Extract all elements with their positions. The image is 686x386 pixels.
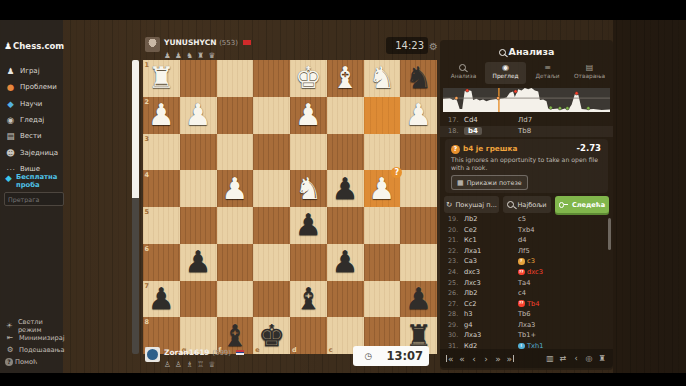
- retry-button[interactable]: ↻ Покушај п...: [444, 196, 499, 213]
- square-a5[interactable]: [400, 207, 437, 244]
- footer-item-label: Подешавања: [19, 346, 65, 354]
- evaluation-bar-white: [132, 60, 139, 198]
- white-move[interactable]: Сa3: [464, 257, 518, 265]
- black-knight-a1[interactable]: ♞: [400, 60, 437, 97]
- square-e1[interactable]: [253, 60, 290, 97]
- nav-fast-back-button[interactable]: «: [456, 349, 468, 368]
- book-icon: ▤: [569, 62, 610, 73]
- rank-label-5: 5: [145, 208, 150, 216]
- move-row-22: 22.Лxa1Лf5: [440, 246, 613, 257]
- watch-icon: ◉: [5, 115, 16, 125]
- white-move[interactable]: Кc1: [464, 236, 518, 244]
- square-f6[interactable]: [217, 244, 254, 281]
- footer-item-label: Помоћ: [15, 358, 37, 366]
- move-row-18: 18.b4Тb8: [440, 126, 613, 137]
- square-f2[interactable]: [217, 97, 254, 134]
- black-move[interactable]: Тa4: [518, 279, 530, 287]
- move-number: 20.: [440, 226, 464, 234]
- black-pawn-c4[interactable]: ♟: [327, 170, 364, 207]
- grid-icon: ▦: [457, 179, 464, 187]
- square-f4[interactable]: ♟: [217, 170, 254, 207]
- bottom-player-captured-pieces: ♙ ♙ ♗ ♖ ♕: [164, 360, 216, 369]
- flip-board-icon[interactable]: ⇄: [557, 349, 569, 368]
- content-area: ♟Chess.com ♟Играј●Проблеми◆Научи◉Гледај▤…: [0, 20, 686, 373]
- black-move[interactable]: c5: [518, 215, 526, 223]
- black-king-e8[interactable]: ♚: [253, 317, 290, 354]
- square-d6[interactable]: [290, 244, 327, 281]
- sidebar-item-label: Заједница: [20, 149, 58, 157]
- tab-label: Детаљи: [527, 73, 568, 79]
- square-b4[interactable]: ♟?: [364, 170, 401, 207]
- white-king-d1[interactable]: ♚: [290, 60, 327, 97]
- mistake-badge: ?: [518, 258, 525, 265]
- tab-label: Анализа: [443, 73, 484, 79]
- square-g7[interactable]: [180, 281, 217, 318]
- white-move[interactable]: Сc2: [464, 300, 518, 308]
- magnifier-icon: [507, 201, 514, 208]
- bottom-player-username: Zoran1619: [164, 348, 210, 357]
- search-input[interactable]: [4, 192, 64, 206]
- top-player-rating: (553): [219, 39, 238, 47]
- collapse-icon: ⇤: [5, 333, 15, 342]
- white-move[interactable]: Лb2: [464, 289, 518, 297]
- white-pawn-f4[interactable]: ♟: [217, 170, 254, 207]
- square-e5[interactable]: [253, 207, 290, 244]
- black-pawn-h7[interactable]: ♟: [143, 281, 180, 318]
- black-move[interactable]: Лf5: [518, 247, 530, 255]
- white-knight-b1[interactable]: ♞: [364, 60, 401, 97]
- square-h7[interactable]: 7♟: [143, 281, 180, 318]
- pawn-logo-icon: ♟: [4, 41, 12, 51]
- sidebar-item-learn[interactable]: ◆Научи: [5, 97, 42, 111]
- square-c6[interactable]: ♟: [327, 244, 364, 281]
- mistake-title: ?b4 је грешка: [451, 144, 517, 154]
- move-number: 30.: [440, 331, 464, 339]
- square-g1[interactable]: [180, 60, 217, 97]
- white-move[interactable]: Лxa1: [464, 247, 518, 255]
- square-e2[interactable]: [253, 97, 290, 134]
- file-label-c: c: [329, 346, 333, 354]
- learn-icon: ◆: [5, 99, 16, 109]
- sidebar-footer-sun[interactable]: ☀Светли режим: [5, 320, 63, 331]
- square-h4[interactable]: 4: [143, 170, 180, 207]
- square-g3[interactable]: [180, 134, 217, 171]
- mistake-callout: ?b4 је грешка -2.73 This ignores an oppo…: [445, 139, 608, 193]
- magnifier-icon: [443, 62, 484, 73]
- show-moves-button[interactable]: ▦ Прикажи потезе: [451, 175, 528, 190]
- rank-label-6: 6: [145, 245, 150, 253]
- white-move[interactable]: Лxc3: [464, 279, 518, 287]
- black-pawn-d5[interactable]: ♟: [290, 207, 327, 244]
- move-number: 22.: [440, 247, 464, 255]
- move-number: 26.: [440, 289, 464, 297]
- square-c1[interactable]: ♝: [327, 60, 364, 97]
- mistake-icon: ?: [451, 145, 460, 154]
- bottom-player-name[interactable]: Zoran1619 (599): [164, 348, 244, 357]
- white-move[interactable]: dxc3: [464, 268, 518, 276]
- move-row-30: 30.Лxa3Тb1+: [440, 330, 613, 341]
- top-player-username: YUNUSHYCN: [164, 38, 217, 47]
- mistake-description: This ignores an opportunity to take an o…: [451, 156, 601, 173]
- square-h2[interactable]: 2♟: [143, 97, 180, 134]
- community-icon: ☻: [5, 148, 16, 158]
- move-row-21: 21.Кc1d4: [440, 235, 613, 246]
- square-c3[interactable]: [327, 134, 364, 171]
- share-icon[interactable]: ‹: [570, 349, 582, 368]
- move-number: 27.: [440, 300, 464, 308]
- black-move[interactable]: ??Тb4: [518, 300, 540, 308]
- square-e3[interactable]: [253, 134, 290, 171]
- square-d8[interactable]: d: [290, 317, 327, 354]
- square-a2[interactable]: ♟: [400, 97, 437, 134]
- square-e7[interactable]: [253, 281, 290, 318]
- square-a6[interactable]: [400, 244, 437, 281]
- move-navigation-bar: ««‹›»»▥⇄‹◎♜: [440, 349, 613, 368]
- magnifier-icon: [499, 49, 506, 56]
- sidebar-item-puzzle[interactable]: ●Проблеми: [5, 80, 57, 94]
- move-number: 17.: [440, 116, 464, 124]
- sidebar: ♟Chess.com ♟Играј●Проблеми◆Научи◉Гледај▤…: [0, 20, 63, 373]
- white-pawn-d2[interactable]: ♟: [290, 97, 327, 134]
- move-row-19: 19.Лb2c5: [440, 214, 613, 225]
- square-h5[interactable]: 5: [143, 207, 180, 244]
- sidebar-item-community[interactable]: ☻Заједница: [5, 146, 58, 160]
- evaluation-graph[interactable]: [443, 88, 610, 112]
- square-a4[interactable]: [400, 170, 437, 207]
- square-g6[interactable]: ♟: [180, 244, 217, 281]
- square-f1[interactable]: [217, 60, 254, 97]
- white-move[interactable]: g4: [464, 321, 518, 329]
- target-icon: ◉: [485, 62, 526, 73]
- sidebar-footer-collapse[interactable]: ⇤Минимизирај: [5, 332, 65, 343]
- move-row-20: 20.Сe2Тxb4: [440, 225, 613, 236]
- square-c4[interactable]: ♟: [327, 170, 364, 207]
- sidebar-item-label: Проблеми: [20, 83, 57, 91]
- move-row-23: 23.Сa3?c3: [440, 256, 613, 267]
- move-list: 19.Лb2c520.Сe2Тxb421.Кc1d422.Лxa1Лf523.С…: [440, 214, 613, 351]
- black-move[interactable]: Лd7: [518, 116, 532, 124]
- white-move[interactable]: Лxa3: [464, 331, 518, 339]
- white-pawn-h2[interactable]: ♟: [143, 97, 180, 134]
- black-move[interactable]: Лxa3: [518, 321, 535, 329]
- move-row-17: 17.Сd4Лd7: [440, 114, 613, 125]
- sidebar-item-label: Научи: [20, 100, 42, 108]
- record-icon[interactable]: ◎: [583, 349, 595, 368]
- square-d4[interactable]: ♞: [290, 170, 327, 207]
- top-clock-time: 14:23: [395, 40, 424, 51]
- black-move[interactable]: d4: [518, 236, 527, 244]
- footer-item-label: Минимизирај: [19, 334, 65, 342]
- black-pawn-c6[interactable]: ♟: [327, 244, 364, 281]
- square-f3[interactable]: [217, 134, 254, 171]
- chesscom-logo[interactable]: ♟Chess.com: [4, 41, 64, 51]
- play-icon: ♟: [5, 66, 16, 76]
- black-move[interactable]: ??dxc3: [518, 268, 543, 276]
- nav-forward-button[interactable]: ›: [480, 349, 492, 368]
- black-move[interactable]: Тb6: [518, 310, 531, 318]
- bottom-player-avatar[interactable]: [145, 347, 160, 362]
- nav-back-button[interactable]: ‹: [468, 349, 480, 368]
- black-move[interactable]: Тb1+: [518, 331, 536, 339]
- evaluation-bar: [132, 60, 139, 354]
- best-move-button[interactable]: Најбољи: [503, 196, 551, 213]
- logo-text: Chess.com: [13, 41, 64, 51]
- square-b1[interactable]: ♞: [364, 60, 401, 97]
- sidebar-item-label: Вести: [20, 132, 42, 140]
- top-player-flag-icon: [243, 40, 251, 45]
- square-d5[interactable]: ♟: [290, 207, 327, 244]
- top-player-captured-pieces: ♟ ♟ ♞ ♜ ♛: [164, 51, 216, 60]
- move-number: 23.: [440, 257, 464, 265]
- blunder-badge: ??: [518, 300, 525, 307]
- file-label-d: d: [292, 346, 297, 354]
- sidebar-item-free-trial[interactable]: ◆ Бесплатна проба: [5, 173, 59, 190]
- move-row-29: 29.g4Лxa3: [440, 319, 613, 330]
- letterbox-top: [0, 0, 686, 20]
- bottom-player-clock: ◷ 13:07: [353, 346, 429, 366]
- move-number: 24.: [440, 268, 464, 276]
- square-b6[interactable]: [364, 244, 401, 281]
- move-row-25: 25.Лxc3Тa4: [440, 277, 613, 288]
- move-number: 29.: [440, 321, 464, 329]
- square-f5[interactable]: [217, 207, 254, 244]
- puzzle-icon: ●: [5, 82, 16, 92]
- square-c2[interactable]: [327, 97, 364, 134]
- square-c7[interactable]: [327, 281, 364, 318]
- games-icon[interactable]: ♜: [596, 349, 608, 368]
- square-b3[interactable]: [364, 134, 401, 171]
- move-row-26: 26.Лb2c4: [440, 288, 613, 299]
- black-move[interactable]: c4: [518, 289, 526, 297]
- square-h1[interactable]: 1♜: [143, 60, 180, 97]
- black-pawn-g6[interactable]: ♟: [180, 244, 217, 281]
- square-h3[interactable]: 3: [143, 134, 180, 171]
- list-icon: ≡: [527, 62, 568, 73]
- tab-target[interactable]: ◉Преглед: [485, 62, 526, 84]
- black-move[interactable]: Тxb4: [518, 226, 535, 234]
- white-move[interactable]: Лb2: [464, 215, 518, 223]
- move-number: 19.: [440, 215, 464, 223]
- app-root: ♟Chess.com ♟Играј●Проблеми◆Научи◉Гледај▤…: [0, 0, 686, 386]
- retry-icon: ↻: [446, 200, 452, 209]
- black-move[interactable]: Тb8: [518, 127, 531, 135]
- move-number: 28.: [440, 310, 464, 318]
- news-icon: ▤: [5, 131, 16, 141]
- board-settings-gear-icon[interactable]: ⚙: [429, 41, 438, 52]
- square-a1[interactable]: ♞: [400, 60, 437, 97]
- square-a7[interactable]: ♟: [400, 281, 437, 318]
- square-g2[interactable]: ♟: [180, 97, 217, 134]
- square-d2[interactable]: ♟: [290, 97, 327, 134]
- sidebar-item-label: Гледај: [20, 116, 44, 124]
- white-pawn-g2[interactable]: ♟: [180, 97, 217, 134]
- diamond-icon: ◆: [5, 173, 12, 190]
- black-pawn-a7[interactable]: ♟: [400, 281, 437, 318]
- move-row-28: 28.h3Тb6: [440, 309, 613, 320]
- move-row-27: 27.Сc2??Тb4: [440, 298, 613, 309]
- white-move[interactable]: b4: [464, 127, 518, 135]
- square-g4[interactable]: [180, 170, 217, 207]
- bottom-clock-time: 13:07: [386, 349, 423, 363]
- square-b7[interactable]: [364, 281, 401, 318]
- sun-icon: ☀: [5, 321, 14, 330]
- eval-graph-svg: [443, 88, 610, 112]
- square-c5[interactable]: [327, 207, 364, 244]
- rank-label-8: 8: [145, 318, 150, 326]
- white-knight-d4[interactable]: ♞: [290, 170, 327, 207]
- blunder-badge: ??: [518, 269, 525, 276]
- tab-list[interactable]: ≡Детаљи: [527, 62, 568, 84]
- sidebar-item-label: Више: [20, 165, 40, 173]
- move-list-scrollbar[interactable]: [608, 218, 611, 250]
- tab-book[interactable]: ▤Отварања: [569, 62, 610, 84]
- square-h6[interactable]: 6: [143, 244, 180, 281]
- square-b2[interactable]: [364, 97, 401, 134]
- chess-board: 1♜♚♝♞♞2♟♟♟♟34♟♞♟♟?5♟6♟♟7♟♝♟8hgf♝e♚dcba♜: [143, 60, 437, 354]
- tab-label: Отварања: [569, 73, 610, 79]
- square-f7[interactable]: [217, 281, 254, 318]
- clock-icon: ◷: [365, 351, 373, 361]
- top-player-avatar[interactable]: [145, 37, 160, 52]
- gear-icon: ⚙: [5, 345, 15, 354]
- key-icon: [559, 202, 569, 208]
- rank-label-4: 4: [145, 171, 150, 179]
- bottom-player-flag-icon: [236, 350, 244, 355]
- white-move[interactable]: Сe2: [464, 226, 518, 234]
- tab-magnifier[interactable]: Анализа: [443, 62, 484, 84]
- white-bishop-c1[interactable]: ♝: [327, 60, 364, 97]
- move-number: 21.: [440, 236, 464, 244]
- square-e6[interactable]: [253, 244, 290, 281]
- white-move[interactable]: h3: [464, 310, 518, 318]
- letterbox-bottom: [0, 373, 686, 386]
- square-e4[interactable]: [253, 170, 290, 207]
- next-button[interactable]: Следећа: [555, 196, 609, 213]
- move-row-24: 24.dxc3??dxc3: [440, 267, 613, 278]
- rank-label-3: 3: [145, 135, 150, 143]
- chart-icon[interactable]: ▥: [544, 349, 556, 368]
- move-number: 25.: [440, 279, 464, 287]
- black-bishop-d7[interactable]: ♝: [290, 281, 327, 318]
- nav-last-button[interactable]: »: [504, 349, 516, 368]
- square-a3[interactable]: [400, 134, 437, 171]
- square-d7[interactable]: ♝: [290, 281, 327, 318]
- square-b5[interactable]: [364, 207, 401, 244]
- sidebar-item-play[interactable]: ♟Играј: [5, 64, 40, 78]
- bottom-player-rating: (599): [212, 349, 231, 357]
- sidebar-item-watch[interactable]: ◉Гледај: [5, 113, 44, 127]
- analysis-panel-title: Анализа: [440, 46, 613, 57]
- help-icon: ?: [5, 358, 13, 366]
- tab-label: Преглед: [485, 73, 526, 79]
- square-g5[interactable]: [180, 207, 217, 244]
- white-rook-h1[interactable]: ♜: [143, 60, 180, 97]
- analysis-panel: Анализа Анализа◉Преглед≡Детаљи▤Отварања …: [440, 40, 613, 370]
- sidebar-item-news[interactable]: ▤Вести: [5, 129, 42, 143]
- top-player-name[interactable]: YUNUSHYCN (553): [164, 38, 251, 47]
- background-shade: [613, 20, 686, 373]
- sidebar-footer-help[interactable]: ?Помоћ: [5, 356, 37, 367]
- sidebar-item-label: Играј: [20, 67, 40, 75]
- sidebar-footer-gear[interactable]: ⚙Подешавања: [5, 344, 65, 355]
- square-e8[interactable]: e♚: [253, 317, 290, 354]
- square-d1[interactable]: ♚: [290, 60, 327, 97]
- white-pawn-a2[interactable]: ♟: [400, 97, 437, 134]
- square-d3[interactable]: [290, 134, 327, 171]
- white-move[interactable]: Сd4: [464, 116, 518, 124]
- move-number: 18.: [440, 127, 464, 135]
- engine-eval: -2.73: [577, 143, 602, 153]
- nav-first-button[interactable]: «: [444, 349, 456, 368]
- top-player-clock: 14:23: [386, 37, 428, 54]
- nav-fast-forward-button[interactable]: »: [492, 349, 504, 368]
- free-trial-label: Бесплатна проба: [16, 173, 59, 190]
- black-move[interactable]: ?c3: [518, 257, 535, 265]
